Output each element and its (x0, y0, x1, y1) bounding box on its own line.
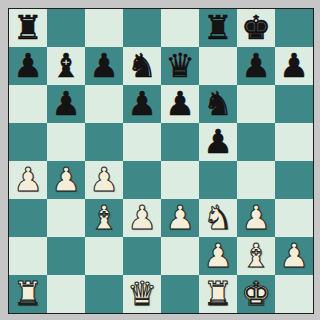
piece-black-bishop-b7: ♝ (51, 49, 81, 82)
square-c6[interactable] (85, 85, 123, 123)
square-c2[interactable] (85, 237, 123, 275)
piece-white-pawn-c4: ♟ (89, 163, 119, 196)
board-frame: ♜♜♚♟♝♟♞♛♟♟♟♟♟♞♟♟♟♟♝♟♟♞♟♟♝♟♜♛♜♚ (0, 0, 320, 320)
square-h5[interactable] (275, 123, 313, 161)
square-b2[interactable] (47, 237, 85, 275)
square-c4[interactable]: ♟ (85, 161, 123, 199)
piece-black-knight-d7: ♞ (127, 49, 157, 82)
square-e7[interactable]: ♛ (161, 47, 199, 85)
square-h2[interactable]: ♟ (275, 237, 313, 275)
square-e3[interactable]: ♟ (161, 199, 199, 237)
square-g3[interactable]: ♟ (237, 199, 275, 237)
square-f8[interactable]: ♜ (199, 9, 237, 47)
chess-board: ♜♜♚♟♝♟♞♛♟♟♟♟♟♞♟♟♟♟♝♟♟♞♟♟♝♟♜♛♜♚ (8, 8, 314, 314)
piece-white-knight-f3: ♞ (203, 201, 233, 234)
square-b4[interactable]: ♟ (47, 161, 85, 199)
piece-black-rook-f8: ♜ (203, 11, 233, 44)
piece-white-pawn-h2: ♟ (279, 239, 309, 272)
square-d4[interactable] (123, 161, 161, 199)
piece-white-pawn-e3: ♟ (165, 201, 195, 234)
square-d1[interactable]: ♛ (123, 275, 161, 313)
square-d7[interactable]: ♞ (123, 47, 161, 85)
square-b6[interactable]: ♟ (47, 85, 85, 123)
piece-black-rook-a8: ♜ (13, 11, 43, 44)
square-b5[interactable] (47, 123, 85, 161)
square-f5[interactable]: ♟ (199, 123, 237, 161)
square-a5[interactable] (9, 123, 47, 161)
square-g2[interactable]: ♝ (237, 237, 275, 275)
square-f3[interactable]: ♞ (199, 199, 237, 237)
square-c8[interactable] (85, 9, 123, 47)
square-e6[interactable]: ♟ (161, 85, 199, 123)
piece-black-pawn-c7: ♟ (89, 49, 119, 82)
square-d8[interactable] (123, 9, 161, 47)
square-d2[interactable] (123, 237, 161, 275)
piece-black-pawn-f5: ♟ (203, 125, 233, 158)
square-e5[interactable] (161, 123, 199, 161)
square-h1[interactable] (275, 275, 313, 313)
square-a8[interactable]: ♜ (9, 9, 47, 47)
piece-white-pawn-a4: ♟ (13, 163, 43, 196)
square-d6[interactable]: ♟ (123, 85, 161, 123)
square-g5[interactable] (237, 123, 275, 161)
square-e8[interactable] (161, 9, 199, 47)
piece-white-pawn-d3: ♟ (127, 201, 157, 234)
square-a7[interactable]: ♟ (9, 47, 47, 85)
square-h3[interactable] (275, 199, 313, 237)
piece-white-queen-d1: ♛ (127, 277, 157, 310)
square-c7[interactable]: ♟ (85, 47, 123, 85)
square-a6[interactable] (9, 85, 47, 123)
square-a3[interactable] (9, 199, 47, 237)
square-f2[interactable]: ♟ (199, 237, 237, 275)
square-a1[interactable]: ♜ (9, 275, 47, 313)
square-b8[interactable] (47, 9, 85, 47)
square-c5[interactable] (85, 123, 123, 161)
piece-white-pawn-f2: ♟ (203, 239, 233, 272)
piece-white-pawn-g3: ♟ (241, 201, 271, 234)
piece-black-pawn-a7: ♟ (13, 49, 43, 82)
piece-black-king-g8: ♚ (241, 11, 271, 44)
square-e2[interactable] (161, 237, 199, 275)
square-g7[interactable]: ♟ (237, 47, 275, 85)
square-g1[interactable]: ♚ (237, 275, 275, 313)
piece-black-pawn-g7: ♟ (241, 49, 271, 82)
piece-white-rook-a1: ♜ (13, 277, 43, 310)
piece-white-bishop-g2: ♝ (241, 239, 271, 272)
square-g4[interactable] (237, 161, 275, 199)
square-c3[interactable]: ♝ (85, 199, 123, 237)
piece-white-rook-f1: ♜ (203, 277, 233, 310)
square-c1[interactable] (85, 275, 123, 313)
piece-black-queen-e7: ♛ (165, 49, 195, 82)
square-g6[interactable] (237, 85, 275, 123)
piece-white-pawn-b4: ♟ (51, 163, 81, 196)
piece-white-bishop-c3: ♝ (89, 201, 119, 234)
square-h8[interactable] (275, 9, 313, 47)
square-h6[interactable] (275, 85, 313, 123)
square-f7[interactable] (199, 47, 237, 85)
piece-black-knight-f6: ♞ (203, 87, 233, 120)
piece-black-pawn-d6: ♟ (127, 87, 157, 120)
square-g8[interactable]: ♚ (237, 9, 275, 47)
square-f6[interactable]: ♞ (199, 85, 237, 123)
square-f4[interactable] (199, 161, 237, 199)
square-a4[interactable]: ♟ (9, 161, 47, 199)
square-f1[interactable]: ♜ (199, 275, 237, 313)
square-b7[interactable]: ♝ (47, 47, 85, 85)
piece-black-pawn-e6: ♟ (165, 87, 195, 120)
piece-white-king-g1: ♚ (241, 277, 271, 310)
square-e4[interactable] (161, 161, 199, 199)
square-h4[interactable] (275, 161, 313, 199)
square-b1[interactable] (47, 275, 85, 313)
piece-black-pawn-h7: ♟ (279, 49, 309, 82)
square-e1[interactable] (161, 275, 199, 313)
square-d3[interactable]: ♟ (123, 199, 161, 237)
square-a2[interactable] (9, 237, 47, 275)
square-h7[interactable]: ♟ (275, 47, 313, 85)
square-b3[interactable] (47, 199, 85, 237)
piece-black-pawn-b6: ♟ (51, 87, 81, 120)
square-d5[interactable] (123, 123, 161, 161)
